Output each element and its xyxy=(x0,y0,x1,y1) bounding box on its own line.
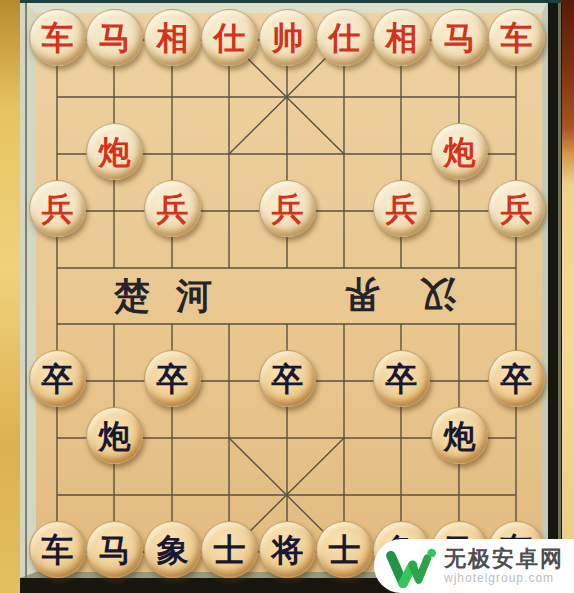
piece-red-炮[interactable]: 炮 xyxy=(431,123,488,180)
piece-red-兵[interactable]: 兵 xyxy=(373,180,430,237)
piece-red-车[interactable]: 车 xyxy=(29,9,86,66)
piece-red-马[interactable]: 马 xyxy=(86,9,143,66)
watermark: 无极安卓网 wjhotelgroup.com xyxy=(374,539,574,593)
piece-black-象[interactable]: 象 xyxy=(144,521,201,578)
piece-black-士[interactable]: 士 xyxy=(316,521,373,578)
piece-black-卒[interactable]: 卒 xyxy=(144,350,201,407)
watermark-w-logo-icon xyxy=(384,543,436,589)
piece-black-卒[interactable]: 卒 xyxy=(259,350,316,407)
watermark-site-name: 无极安卓网 xyxy=(444,547,564,571)
piece-red-相[interactable]: 相 xyxy=(373,9,430,66)
piece-black-将[interactable]: 将 xyxy=(259,521,316,578)
piece-red-兵[interactable]: 兵 xyxy=(144,180,201,237)
background-gold-strip xyxy=(0,0,20,593)
river-label-chu-he: 楚河 xyxy=(114,275,238,315)
piece-black-炮[interactable]: 炮 xyxy=(431,407,488,464)
piece-red-相[interactable]: 相 xyxy=(144,9,201,66)
piece-red-兵[interactable]: 兵 xyxy=(29,180,86,237)
board-frame-left-edge xyxy=(25,3,27,578)
piece-black-士[interactable]: 士 xyxy=(201,521,258,578)
river-label-han-jie: 汉界 xyxy=(306,275,456,315)
piece-black-卒[interactable]: 卒 xyxy=(29,350,86,407)
piece-red-炮[interactable]: 炮 xyxy=(86,123,143,180)
piece-red-仕[interactable]: 仕 xyxy=(316,9,373,66)
piece-black-炮[interactable]: 炮 xyxy=(86,407,143,464)
board-frame-top-edge xyxy=(20,0,562,3)
piece-red-帅[interactable]: 帅 xyxy=(259,9,316,66)
watermark-site-url: wjhotelgroup.com xyxy=(444,571,564,585)
piece-red-兵[interactable]: 兵 xyxy=(488,180,545,237)
piece-red-兵[interactable]: 兵 xyxy=(259,180,316,237)
piece-red-车[interactable]: 车 xyxy=(488,9,545,66)
piece-black-马[interactable]: 马 xyxy=(86,521,143,578)
xiangqi-board-surface[interactable]: 楚河 汉界 车马相仕帅仕相马车炮炮兵兵兵兵兵卒卒卒卒卒炮炮车马象士将士象马车 xyxy=(36,13,552,572)
watermark-text-block: 无极安卓网 wjhotelgroup.com xyxy=(444,547,564,585)
piece-red-马[interactable]: 马 xyxy=(431,9,488,66)
background-wood-strip xyxy=(562,0,574,578)
piece-black-卒[interactable]: 卒 xyxy=(488,350,545,407)
piece-red-仕[interactable]: 仕 xyxy=(201,9,258,66)
piece-black-卒[interactable]: 卒 xyxy=(373,350,430,407)
board-frame-right-edge xyxy=(558,3,561,578)
piece-black-车[interactable]: 车 xyxy=(29,521,86,578)
